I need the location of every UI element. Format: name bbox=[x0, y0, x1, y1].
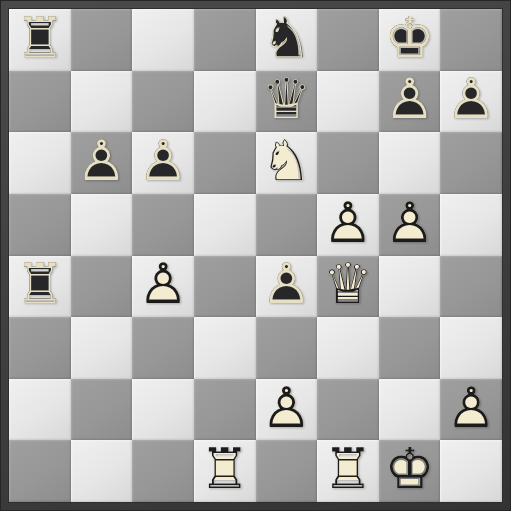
knight-outline-glyph: ♘ bbox=[256, 132, 318, 192]
square-b7[interactable] bbox=[71, 71, 133, 133]
black-pawn-c6[interactable]: ♟♙ bbox=[132, 132, 194, 194]
black-pawn-e4[interactable]: ♟♙ bbox=[256, 256, 318, 318]
square-g7[interactable]: ♟♙ bbox=[379, 71, 441, 133]
square-b5[interactable] bbox=[71, 194, 133, 256]
queen-outline-glyph: ♕ bbox=[317, 256, 379, 316]
square-g4[interactable] bbox=[379, 256, 441, 318]
square-h4[interactable] bbox=[440, 256, 502, 318]
square-g3[interactable] bbox=[379, 317, 441, 379]
rook-outline-glyph: ♖ bbox=[9, 256, 71, 316]
square-d7[interactable] bbox=[194, 71, 256, 133]
square-b1[interactable] bbox=[71, 440, 133, 502]
square-f7[interactable] bbox=[317, 71, 379, 133]
white-pawn-g5[interactable]: ♟♙ bbox=[379, 194, 441, 256]
square-e7[interactable]: ♛♕ bbox=[256, 71, 318, 133]
square-d2[interactable] bbox=[194, 379, 256, 441]
white-rook-d1[interactable]: ♜♖ bbox=[194, 440, 256, 502]
square-d1[interactable]: ♜♖ bbox=[194, 440, 256, 502]
square-a5[interactable] bbox=[9, 194, 71, 256]
square-e1[interactable] bbox=[256, 440, 318, 502]
pawn-outline-glyph: ♙ bbox=[317, 194, 379, 254]
queen-outline-glyph: ♕ bbox=[256, 71, 318, 131]
white-pawn-h2[interactable]: ♟♙ bbox=[440, 379, 502, 441]
square-c4[interactable]: ♟♙ bbox=[132, 256, 194, 318]
square-c7[interactable] bbox=[132, 71, 194, 133]
square-b6[interactable]: ♟♙ bbox=[71, 132, 133, 194]
square-h2[interactable]: ♟♙ bbox=[440, 379, 502, 441]
square-d3[interactable] bbox=[194, 317, 256, 379]
white-rook-f1[interactable]: ♜♖ bbox=[317, 440, 379, 502]
square-h1[interactable] bbox=[440, 440, 502, 502]
square-e5[interactable] bbox=[256, 194, 318, 256]
white-knight-e6[interactable]: ♞♘ bbox=[256, 132, 318, 194]
rook-outline-glyph: ♖ bbox=[194, 440, 256, 500]
pawn-outline-glyph: ♙ bbox=[132, 132, 194, 192]
square-g5[interactable]: ♟♙ bbox=[379, 194, 441, 256]
square-d8[interactable] bbox=[194, 9, 256, 71]
square-e8[interactable]: ♞♘ bbox=[256, 9, 318, 71]
black-pawn-b6[interactable]: ♟♙ bbox=[71, 132, 133, 194]
square-c2[interactable] bbox=[132, 379, 194, 441]
square-f1[interactable]: ♜♖ bbox=[317, 440, 379, 502]
king-outline-glyph: ♔ bbox=[379, 9, 441, 69]
white-king-g1[interactable]: ♚♔ bbox=[379, 440, 441, 502]
black-king-g8[interactable]: ♚♔ bbox=[379, 9, 441, 71]
square-g8[interactable]: ♚♔ bbox=[379, 9, 441, 71]
pawn-outline-glyph: ♙ bbox=[71, 132, 133, 192]
square-e3[interactable] bbox=[256, 317, 318, 379]
square-b8[interactable] bbox=[71, 9, 133, 71]
square-a4[interactable]: ♜♖ bbox=[9, 256, 71, 318]
rook-outline-glyph: ♖ bbox=[9, 9, 71, 69]
square-d4[interactable] bbox=[194, 256, 256, 318]
square-h8[interactable] bbox=[440, 9, 502, 71]
square-c6[interactable]: ♟♙ bbox=[132, 132, 194, 194]
square-e4[interactable]: ♟♙ bbox=[256, 256, 318, 318]
pawn-outline-glyph: ♙ bbox=[440, 379, 502, 439]
square-a6[interactable] bbox=[9, 132, 71, 194]
square-h5[interactable] bbox=[440, 194, 502, 256]
black-pawn-h7[interactable]: ♟♙ bbox=[440, 71, 502, 133]
square-a1[interactable] bbox=[9, 440, 71, 502]
white-pawn-e2[interactable]: ♟♙ bbox=[256, 379, 318, 441]
square-c3[interactable] bbox=[132, 317, 194, 379]
pawn-outline-glyph: ♙ bbox=[440, 71, 502, 131]
white-pawn-c4[interactable]: ♟♙ bbox=[132, 256, 194, 318]
pawn-outline-glyph: ♙ bbox=[256, 256, 318, 316]
black-pawn-g7[interactable]: ♟♙ bbox=[379, 71, 441, 133]
square-d6[interactable] bbox=[194, 132, 256, 194]
square-e6[interactable]: ♞♘ bbox=[256, 132, 318, 194]
square-g1[interactable]: ♚♔ bbox=[379, 440, 441, 502]
square-f6[interactable] bbox=[317, 132, 379, 194]
square-f2[interactable] bbox=[317, 379, 379, 441]
chess-board: ♜♖♞♘♚♔♛♕♟♙♟♙♟♙♟♙♞♘♟♙♟♙♜♖♟♙♟♙♛♕♟♙♟♙♜♖♜♖♚♔ bbox=[9, 9, 502, 502]
square-a3[interactable] bbox=[9, 317, 71, 379]
black-rook-a8[interactable]: ♜♖ bbox=[9, 9, 71, 71]
square-b3[interactable] bbox=[71, 317, 133, 379]
white-pawn-f5[interactable]: ♟♙ bbox=[317, 194, 379, 256]
square-g6[interactable] bbox=[379, 132, 441, 194]
black-rook-a4[interactable]: ♜♖ bbox=[9, 256, 71, 318]
square-c1[interactable] bbox=[132, 440, 194, 502]
knight-outline-glyph: ♘ bbox=[256, 9, 318, 69]
square-g2[interactable] bbox=[379, 379, 441, 441]
square-c5[interactable] bbox=[132, 194, 194, 256]
square-f4[interactable]: ♛♕ bbox=[317, 256, 379, 318]
white-queen-f4[interactable]: ♛♕ bbox=[317, 256, 379, 318]
square-b4[interactable] bbox=[71, 256, 133, 318]
pawn-outline-glyph: ♙ bbox=[256, 379, 318, 439]
black-queen-e7[interactable]: ♛♕ bbox=[256, 71, 318, 133]
square-h6[interactable] bbox=[440, 132, 502, 194]
square-f8[interactable] bbox=[317, 9, 379, 71]
king-outline-glyph: ♔ bbox=[379, 440, 441, 500]
square-d5[interactable] bbox=[194, 194, 256, 256]
pawn-outline-glyph: ♙ bbox=[379, 194, 441, 254]
pawn-outline-glyph: ♙ bbox=[132, 256, 194, 316]
square-a7[interactable] bbox=[9, 71, 71, 133]
square-h3[interactable] bbox=[440, 317, 502, 379]
square-b2[interactable] bbox=[71, 379, 133, 441]
square-a8[interactable]: ♜♖ bbox=[9, 9, 71, 71]
square-h7[interactable]: ♟♙ bbox=[440, 71, 502, 133]
square-a2[interactable] bbox=[9, 379, 71, 441]
square-c8[interactable] bbox=[132, 9, 194, 71]
rook-outline-glyph: ♖ bbox=[317, 440, 379, 500]
black-knight-e8[interactable]: ♞♘ bbox=[256, 9, 318, 71]
square-e2[interactable]: ♟♙ bbox=[256, 379, 318, 441]
chess-board-frame: ♜♖♞♘♚♔♛♕♟♙♟♙♟♙♟♙♞♘♟♙♟♙♜♖♟♙♟♙♛♕♟♙♟♙♜♖♜♖♚♔ bbox=[0, 0, 511, 511]
square-f3[interactable] bbox=[317, 317, 379, 379]
square-f5[interactable]: ♟♙ bbox=[317, 194, 379, 256]
pawn-outline-glyph: ♙ bbox=[379, 71, 441, 131]
